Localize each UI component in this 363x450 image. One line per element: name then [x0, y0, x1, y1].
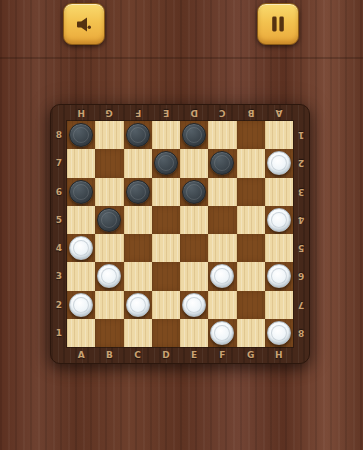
black-piece[interactable] [182, 180, 206, 204]
square-b6[interactable] [95, 178, 123, 206]
file-label: B [237, 105, 265, 121]
rank-label: 3 [293, 178, 309, 206]
black-piece[interactable] [154, 151, 178, 175]
rank-label: 1 [293, 121, 309, 149]
piece-ring [73, 127, 89, 143]
piece-ring [73, 184, 89, 200]
sound-button[interactable] [63, 3, 105, 45]
file-label: A [67, 347, 95, 363]
file-label: E [180, 347, 208, 363]
rank-labels-left: 87654321 [51, 121, 67, 347]
rank-label: 4 [51, 234, 67, 262]
square-d6[interactable] [152, 178, 180, 206]
square-f1[interactable] [208, 319, 236, 347]
square-c2[interactable] [124, 291, 152, 319]
white-piece[interactable] [267, 151, 291, 175]
rank-label: 4 [293, 206, 309, 234]
black-piece[interactable] [126, 180, 150, 204]
checkers-board: HGFEDCBA ABCDEFGH 87654321 12345678 [50, 104, 310, 364]
rank-label: 2 [51, 291, 67, 319]
rank-label: 2 [293, 149, 309, 177]
white-piece[interactable] [69, 293, 93, 317]
piece-ring [130, 184, 146, 200]
square-d1[interactable] [152, 319, 180, 347]
square-e8[interactable] [180, 121, 208, 149]
black-piece[interactable] [97, 208, 121, 232]
square-c1[interactable] [124, 319, 152, 347]
square-f5[interactable] [208, 206, 236, 234]
square-d7[interactable] [152, 149, 180, 177]
piece-ring [130, 297, 146, 313]
square-a1[interactable] [67, 319, 95, 347]
file-label: F [124, 105, 152, 121]
square-d4[interactable] [152, 234, 180, 262]
file-label: A [265, 105, 293, 121]
rank-label: 7 [293, 291, 309, 319]
pause-button[interactable] [257, 3, 299, 45]
square-e2[interactable] [180, 291, 208, 319]
wood-plank-seam [0, 57, 363, 59]
square-f3[interactable] [208, 262, 236, 290]
square-d3[interactable] [152, 262, 180, 290]
piece-ring [101, 268, 117, 284]
white-piece[interactable] [182, 293, 206, 317]
square-b7[interactable] [95, 149, 123, 177]
square-a7[interactable] [67, 149, 95, 177]
square-g2[interactable] [237, 291, 265, 319]
white-piece[interactable] [97, 264, 121, 288]
black-piece[interactable] [210, 151, 234, 175]
square-h4[interactable] [265, 234, 293, 262]
rank-label: 6 [293, 262, 309, 290]
piece-ring [73, 240, 89, 256]
square-h5[interactable] [265, 206, 293, 234]
square-h6[interactable] [265, 178, 293, 206]
piece-ring [158, 155, 174, 171]
square-a2[interactable] [67, 291, 95, 319]
square-a8[interactable] [67, 121, 95, 149]
square-c8[interactable] [124, 121, 152, 149]
square-c4[interactable] [124, 234, 152, 262]
piece-ring [214, 268, 230, 284]
white-piece[interactable] [267, 264, 291, 288]
white-piece[interactable] [126, 293, 150, 317]
piece-ring [214, 325, 230, 341]
square-c3[interactable] [124, 262, 152, 290]
file-label: C [208, 105, 236, 121]
square-a5[interactable] [67, 206, 95, 234]
piece-ring [271, 155, 287, 171]
piece-ring [271, 325, 287, 341]
square-b8[interactable] [95, 121, 123, 149]
piece-ring [214, 155, 230, 171]
square-g7[interactable] [237, 149, 265, 177]
square-g5[interactable] [237, 206, 265, 234]
square-b4[interactable] [95, 234, 123, 262]
rank-label: 7 [51, 149, 67, 177]
file-label: D [152, 347, 180, 363]
square-a6[interactable] [67, 178, 95, 206]
file-label: D [180, 105, 208, 121]
file-label: B [95, 347, 123, 363]
black-piece[interactable] [182, 123, 206, 147]
square-a4[interactable] [67, 234, 95, 262]
file-label: C [124, 347, 152, 363]
square-g8[interactable] [237, 121, 265, 149]
rank-label: 6 [51, 178, 67, 206]
rank-label: 3 [51, 262, 67, 290]
square-h8[interactable] [265, 121, 293, 149]
black-piece[interactable] [126, 123, 150, 147]
file-label: H [265, 347, 293, 363]
rank-labels-right: 12345678 [293, 121, 309, 347]
square-g3[interactable] [237, 262, 265, 290]
piece-ring [186, 297, 202, 313]
piece-ring [271, 212, 287, 228]
white-piece[interactable] [267, 208, 291, 232]
black-piece[interactable] [69, 180, 93, 204]
file-label: H [67, 105, 95, 121]
speaker-icon [73, 13, 95, 35]
square-b1[interactable] [95, 319, 123, 347]
square-d5[interactable] [152, 206, 180, 234]
rank-label: 8 [51, 121, 67, 149]
square-g1[interactable] [237, 319, 265, 347]
piece-ring [101, 212, 117, 228]
rank-label: 8 [293, 319, 309, 347]
square-c6[interactable] [124, 178, 152, 206]
square-f2[interactable] [208, 291, 236, 319]
piece-ring [73, 297, 89, 313]
square-b2[interactable] [95, 291, 123, 319]
piece-ring [186, 127, 202, 143]
square-b5[interactable] [95, 206, 123, 234]
rank-label: 5 [293, 234, 309, 262]
board-squares [67, 121, 293, 347]
square-f8[interactable] [208, 121, 236, 149]
black-piece[interactable] [69, 123, 93, 147]
white-piece[interactable] [69, 236, 93, 260]
square-h1[interactable] [265, 319, 293, 347]
file-label: G [237, 347, 265, 363]
square-d8[interactable] [152, 121, 180, 149]
square-f6[interactable] [208, 178, 236, 206]
file-label: F [208, 347, 236, 363]
square-h7[interactable] [265, 149, 293, 177]
square-d2[interactable] [152, 291, 180, 319]
square-h3[interactable] [265, 262, 293, 290]
square-f7[interactable] [208, 149, 236, 177]
square-f4[interactable] [208, 234, 236, 262]
file-label: G [95, 105, 123, 121]
square-e6[interactable] [180, 178, 208, 206]
square-a3[interactable] [67, 262, 95, 290]
white-piece[interactable] [210, 321, 234, 345]
square-g4[interactable] [237, 234, 265, 262]
rank-label: 1 [51, 319, 67, 347]
square-e7[interactable] [180, 149, 208, 177]
white-piece[interactable] [267, 321, 291, 345]
square-b3[interactable] [95, 262, 123, 290]
game-background: HGFEDCBA ABCDEFGH 87654321 12345678 [0, 0, 363, 450]
white-piece[interactable] [210, 264, 234, 288]
square-e3[interactable] [180, 262, 208, 290]
square-c7[interactable] [124, 149, 152, 177]
pause-icon [268, 14, 288, 34]
file-label: E [152, 105, 180, 121]
piece-ring [186, 184, 202, 200]
rank-label: 5 [51, 206, 67, 234]
square-e4[interactable] [180, 234, 208, 262]
square-e1[interactable] [180, 319, 208, 347]
square-e5[interactable] [180, 206, 208, 234]
square-g6[interactable] [237, 178, 265, 206]
file-labels-top: HGFEDCBA [67, 105, 293, 121]
piece-ring [271, 268, 287, 284]
piece-ring [130, 127, 146, 143]
file-labels-bottom: ABCDEFGH [67, 347, 293, 363]
square-c5[interactable] [124, 206, 152, 234]
square-h2[interactable] [265, 291, 293, 319]
